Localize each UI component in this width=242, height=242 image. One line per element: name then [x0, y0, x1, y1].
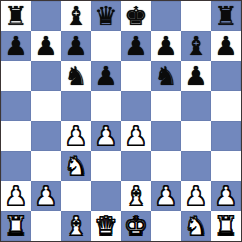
square-b5[interactable] — [31, 91, 61, 121]
chess-board-frame: ♜♝♛♚♜♟♟♟♟♟♝♟♞♟♞♟♟♟♟♞♟♟♝♟♟♟♜♝♛♚♞♜ — [0, 0, 242, 242]
piece-black-rook[interactable]: ♜ — [4, 1, 27, 31]
square-c6[interactable]: ♞ — [61, 61, 91, 91]
piece-white-pawn[interactable]: ♟ — [34, 181, 57, 211]
piece-white-knight[interactable]: ♞ — [64, 151, 87, 181]
square-a5[interactable] — [1, 91, 31, 121]
square-d5[interactable] — [91, 91, 121, 121]
square-b7[interactable]: ♟ — [31, 31, 61, 61]
square-f3[interactable] — [151, 151, 181, 181]
square-a7[interactable]: ♟ — [1, 31, 31, 61]
piece-black-pawn[interactable]: ♟ — [34, 31, 57, 61]
square-f1[interactable] — [151, 211, 181, 241]
piece-black-knight[interactable]: ♞ — [64, 61, 87, 91]
square-a1[interactable]: ♜ — [1, 211, 31, 241]
square-g3[interactable] — [181, 151, 211, 181]
square-e2[interactable]: ♝ — [121, 181, 151, 211]
square-h2[interactable]: ♟ — [211, 181, 241, 211]
piece-black-pawn[interactable]: ♟ — [154, 31, 177, 61]
square-f2[interactable]: ♟ — [151, 181, 181, 211]
square-e8[interactable]: ♚ — [121, 1, 151, 31]
piece-white-pawn[interactable]: ♟ — [154, 181, 177, 211]
square-c7[interactable]: ♟ — [61, 31, 91, 61]
piece-black-queen[interactable]: ♛ — [94, 1, 117, 31]
piece-white-pawn[interactable]: ♟ — [214, 181, 237, 211]
piece-black-pawn[interactable]: ♟ — [4, 31, 27, 61]
square-e6[interactable] — [121, 61, 151, 91]
square-f6[interactable]: ♞ — [151, 61, 181, 91]
square-g6[interactable]: ♟ — [181, 61, 211, 91]
square-a3[interactable] — [1, 151, 31, 181]
piece-white-pawn[interactable]: ♟ — [64, 121, 87, 151]
piece-black-pawn[interactable]: ♟ — [94, 61, 117, 91]
piece-white-king[interactable]: ♚ — [124, 211, 147, 241]
square-h8[interactable]: ♜ — [211, 1, 241, 31]
square-g4[interactable] — [181, 121, 211, 151]
piece-black-bishop[interactable]: ♝ — [64, 1, 87, 31]
square-d3[interactable] — [91, 151, 121, 181]
square-b4[interactable] — [31, 121, 61, 151]
piece-white-bishop[interactable]: ♝ — [124, 181, 147, 211]
piece-black-knight[interactable]: ♞ — [154, 61, 177, 91]
square-e3[interactable] — [121, 151, 151, 181]
piece-black-pawn[interactable]: ♟ — [214, 31, 237, 61]
square-a4[interactable] — [1, 121, 31, 151]
square-c1[interactable]: ♝ — [61, 211, 91, 241]
square-a2[interactable]: ♟ — [1, 181, 31, 211]
piece-white-bishop[interactable]: ♝ — [64, 211, 87, 241]
square-d8[interactable]: ♛ — [91, 1, 121, 31]
square-c3[interactable]: ♞ — [61, 151, 91, 181]
square-a8[interactable]: ♜ — [1, 1, 31, 31]
piece-white-rook[interactable]: ♜ — [4, 211, 27, 241]
square-h6[interactable] — [211, 61, 241, 91]
square-b6[interactable] — [31, 61, 61, 91]
square-h1[interactable]: ♜ — [211, 211, 241, 241]
square-f8[interactable] — [151, 1, 181, 31]
square-g7[interactable]: ♝ — [181, 31, 211, 61]
square-h4[interactable] — [211, 121, 241, 151]
square-d1[interactable]: ♛ — [91, 211, 121, 241]
square-g1[interactable]: ♞ — [181, 211, 211, 241]
square-h7[interactable]: ♟ — [211, 31, 241, 61]
square-f4[interactable] — [151, 121, 181, 151]
square-e7[interactable]: ♟ — [121, 31, 151, 61]
square-b8[interactable] — [31, 1, 61, 31]
piece-black-pawn[interactable]: ♟ — [64, 31, 87, 61]
square-f7[interactable]: ♟ — [151, 31, 181, 61]
square-f5[interactable] — [151, 91, 181, 121]
square-a6[interactable] — [1, 61, 31, 91]
square-g2[interactable]: ♟ — [181, 181, 211, 211]
piece-white-queen[interactable]: ♛ — [94, 211, 117, 241]
square-e1[interactable]: ♚ — [121, 211, 151, 241]
piece-white-pawn[interactable]: ♟ — [124, 121, 147, 151]
piece-white-rook[interactable]: ♜ — [214, 211, 237, 241]
square-c2[interactable] — [61, 181, 91, 211]
square-d2[interactable] — [91, 181, 121, 211]
square-e4[interactable]: ♟ — [121, 121, 151, 151]
square-d7[interactable] — [91, 31, 121, 61]
piece-black-pawn[interactable]: ♟ — [124, 31, 147, 61]
piece-white-pawn[interactable]: ♟ — [94, 121, 117, 151]
square-h5[interactable] — [211, 91, 241, 121]
square-d6[interactable]: ♟ — [91, 61, 121, 91]
square-b3[interactable] — [31, 151, 61, 181]
piece-white-knight[interactable]: ♞ — [184, 211, 207, 241]
piece-black-pawn[interactable]: ♟ — [184, 61, 207, 91]
piece-white-pawn[interactable]: ♟ — [4, 181, 27, 211]
square-d4[interactable]: ♟ — [91, 121, 121, 151]
square-g8[interactable] — [181, 1, 211, 31]
square-h3[interactable] — [211, 151, 241, 181]
square-c8[interactable]: ♝ — [61, 1, 91, 31]
square-b2[interactable]: ♟ — [31, 181, 61, 211]
square-c5[interactable] — [61, 91, 91, 121]
square-g5[interactable] — [181, 91, 211, 121]
piece-black-bishop[interactable]: ♝ — [184, 31, 207, 61]
square-b1[interactable] — [31, 211, 61, 241]
square-e5[interactable] — [121, 91, 151, 121]
chess-board: ♜♝♛♚♜♟♟♟♟♟♝♟♞♟♞♟♟♟♟♞♟♟♝♟♟♟♜♝♛♚♞♜ — [1, 1, 241, 241]
piece-black-king[interactable]: ♚ — [124, 1, 147, 31]
piece-white-pawn[interactable]: ♟ — [184, 181, 207, 211]
square-c4[interactable]: ♟ — [61, 121, 91, 151]
piece-black-rook[interactable]: ♜ — [214, 1, 237, 31]
